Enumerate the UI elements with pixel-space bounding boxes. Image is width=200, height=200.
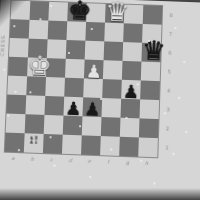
rank-label-1: 1 — [165, 137, 169, 156]
piece-black-queen-h6[interactable]: ♛ — [141, 37, 161, 64]
file-label-f: f — [99, 158, 118, 165]
square-g4[interactable]: ♟ — [121, 80, 141, 100]
file-label-g: g — [118, 159, 137, 166]
square-d4[interactable] — [64, 78, 84, 98]
square-c1[interactable] — [43, 134, 63, 154]
square-h4[interactable] — [140, 80, 160, 100]
piece-white-pawn-e5[interactable]: ♟ — [84, 62, 104, 81]
rank-label-6: 6 — [168, 43, 172, 62]
square-d1[interactable] — [62, 135, 82, 155]
file-label-c: c — [42, 156, 61, 163]
square-e6[interactable] — [85, 41, 105, 61]
square-f5[interactable] — [103, 60, 123, 80]
square-f1[interactable] — [100, 136, 120, 156]
square-a6[interactable] — [9, 38, 29, 57]
square-f4[interactable] — [102, 79, 122, 99]
square-b5[interactable]: ♚ — [27, 57, 47, 77]
square-b1[interactable]: ♞♜♟♝ — [24, 133, 44, 153]
square-h2[interactable] — [139, 118, 159, 138]
board-outer: ♚♛♛♚♟♟♟♟♞♜♟♝ abcdefgh 87654321 — [3, 0, 163, 166]
square-g2[interactable] — [120, 118, 140, 138]
square-b8[interactable] — [30, 1, 50, 20]
square-b2[interactable] — [25, 114, 45, 134]
rank-label-3: 3 — [166, 99, 170, 118]
square-c2[interactable] — [44, 115, 64, 135]
square-c7[interactable] — [48, 21, 68, 40]
square-e5[interactable]: ♟ — [84, 60, 104, 80]
square-a4[interactable] — [7, 76, 27, 96]
square-a1[interactable] — [5, 133, 25, 153]
square-a8[interactable] — [11, 0, 31, 19]
file-label-b: b — [22, 155, 41, 162]
rank-labels: 87654321 — [165, 5, 173, 156]
square-a3[interactable] — [6, 95, 26, 115]
square-f8[interactable]: ♛ — [105, 4, 125, 23]
board-brand-text: CHESS — [0, 35, 6, 57]
chess-board-photo: CHESS ♚♛♛♚♟♟♟♟♞♜♟♝ abcdefgh 87654321 — [0, 0, 200, 200]
piece-black-king-d8[interactable]: ♚ — [67, 0, 87, 24]
square-a7[interactable] — [10, 19, 30, 38]
square-e1[interactable] — [81, 135, 101, 155]
board-club-emblem: ♞♜♟♝ — [26, 135, 42, 151]
square-d5[interactable] — [65, 59, 85, 79]
rank-label-8: 8 — [169, 5, 173, 24]
square-d3[interactable]: ♟ — [63, 97, 83, 117]
photo-filter: CHESS ♚♛♛♚♟♟♟♟♞♜♟♝ abcdefgh 87654321 — [0, 0, 200, 200]
square-d6[interactable] — [66, 40, 86, 60]
file-label-e: e — [80, 157, 99, 164]
square-b3[interactable] — [25, 95, 45, 115]
file-label-d: d — [61, 157, 80, 164]
square-h3[interactable] — [140, 99, 160, 119]
piece-black-pawn-g4[interactable]: ♟ — [121, 83, 141, 102]
rank-label-5: 5 — [168, 62, 172, 81]
file-label-h: h — [137, 160, 156, 167]
square-f6[interactable] — [104, 41, 124, 61]
square-g5[interactable] — [122, 61, 142, 81]
piece-white-king-b5[interactable]: ♚ — [27, 51, 47, 78]
square-f2[interactable] — [101, 117, 121, 137]
square-d8[interactable]: ♚ — [67, 3, 87, 22]
square-g6[interactable] — [122, 42, 142, 62]
file-label-a: a — [3, 155, 22, 162]
square-c8[interactable] — [48, 2, 68, 21]
chess-board[interactable]: ♚♛♛♚♟♟♟♟♞♜♟♝ — [4, 0, 163, 158]
square-h8[interactable] — [143, 5, 162, 24]
piece-black-pawn-d3[interactable]: ♟ — [63, 100, 83, 119]
rank-label-7: 7 — [169, 24, 173, 43]
square-g1[interactable] — [119, 137, 139, 157]
square-e3[interactable]: ♟ — [82, 97, 102, 117]
square-a2[interactable] — [6, 114, 26, 134]
piece-black-pawn-e3[interactable]: ♟ — [82, 100, 102, 119]
rank-label-4: 4 — [167, 80, 171, 99]
square-b7[interactable] — [29, 20, 49, 39]
piece-white-queen-f8[interactable]: ♛ — [105, 0, 125, 25]
square-c3[interactable] — [44, 96, 64, 116]
square-a5[interactable] — [8, 57, 28, 77]
square-f3[interactable] — [101, 98, 121, 118]
square-h1[interactable] — [138, 137, 158, 157]
square-h6[interactable]: ♛ — [141, 43, 161, 63]
rank-label-2: 2 — [166, 118, 170, 137]
